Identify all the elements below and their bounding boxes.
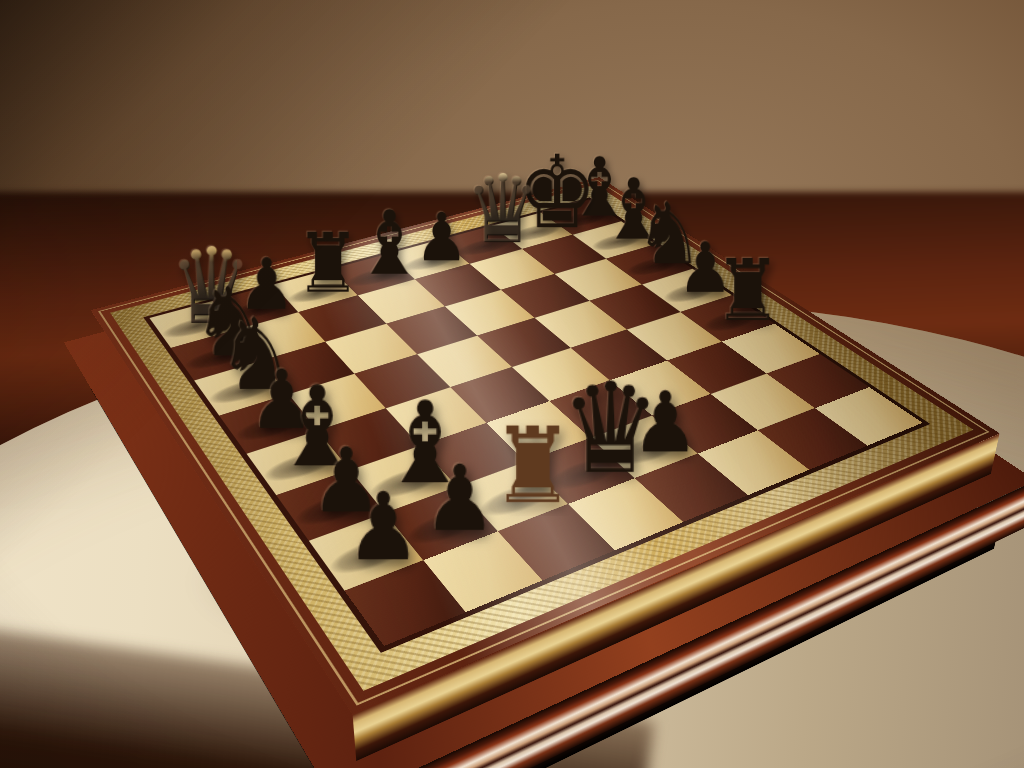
scene: ♛♟♜♝♟♛♚♝♞♝♞♞♟♟♝♜♟♝♟♟♜♛♟	[0, 0, 1024, 768]
chessboard-3d-scene: ♛♟♜♝♟♛♚♝♞♝♞♞♟♟♝♜♟♝♟♟♜♛♟	[188, 82, 836, 730]
dark-pawn: ♟	[417, 457, 502, 543]
dark-rook: ♜	[714, 250, 781, 331]
dark-queen-cream-finial: ♛	[465, 165, 526, 255]
dark-pawn: ♟	[340, 484, 427, 573]
dark-bishop: ♝	[354, 202, 417, 286]
dark-rook: ♜	[295, 224, 360, 302]
brown-rook: ♜	[491, 416, 574, 515]
